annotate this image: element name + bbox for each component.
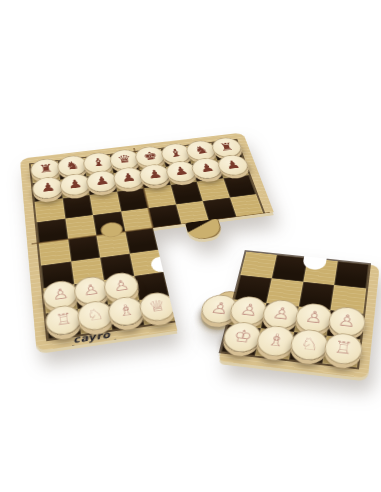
piece-glyph: ♟ xyxy=(66,173,83,194)
piece-glyph: ♟ xyxy=(197,157,217,178)
square-e1 xyxy=(169,291,206,320)
piece-glyph: ♟ xyxy=(171,160,190,181)
piece-glyph: ♗ xyxy=(115,296,136,325)
piece-glyph: ♟ xyxy=(222,154,242,174)
piece-glyph: ♕ xyxy=(146,292,168,321)
square-e4 xyxy=(153,224,187,249)
product-photo-scene: cayro ♜♞♝♛♚♝♞♜♟♟♟♟♟♟♟♟♙♙♙♖♘♗♕ ♙♙♙♙♙♔♗♘♖ xyxy=(0,0,381,492)
square-f3 xyxy=(187,242,222,268)
piece-glyph: ♟ xyxy=(93,170,111,191)
detached-puzzle-piece: ♙♙♙♙♙♔♗♘♖ xyxy=(219,252,380,379)
piece-glyph: ♖ xyxy=(54,304,74,333)
piece-glyph: ♙ xyxy=(270,299,293,328)
square-f4 xyxy=(272,255,308,282)
piece-glyph: ♗ xyxy=(264,325,288,355)
square-e2 xyxy=(163,268,199,296)
piece-glyph: ♟ xyxy=(145,164,164,185)
piece-glyph: ♙ xyxy=(208,294,233,322)
piece-glyph: ♔ xyxy=(231,321,256,351)
detached-piece-surface: ♙♙♙♙♙♔♗♘♖ xyxy=(219,252,380,379)
square-f2 xyxy=(193,264,229,291)
piece-glyph: ♖ xyxy=(332,332,354,363)
puzzle-tab-hanging xyxy=(185,219,224,241)
piece-glyph: ♙ xyxy=(237,296,261,324)
square-h4 xyxy=(334,261,369,288)
piece-glyph: ♟ xyxy=(40,176,57,198)
piece-glyph: ♘ xyxy=(298,329,321,359)
square-e3 xyxy=(158,246,193,272)
piece-glyph: ♘ xyxy=(85,300,106,329)
detached-piece-shadow: ♙♙♙♙♙♔♗♘♖ xyxy=(232,240,374,382)
piece-glyph: ♙ xyxy=(303,303,325,332)
square-e4 xyxy=(240,252,276,278)
piece-glyph: ♟ xyxy=(119,167,137,188)
piece-glyph: ♙ xyxy=(336,306,358,335)
square-h4 xyxy=(236,214,271,238)
